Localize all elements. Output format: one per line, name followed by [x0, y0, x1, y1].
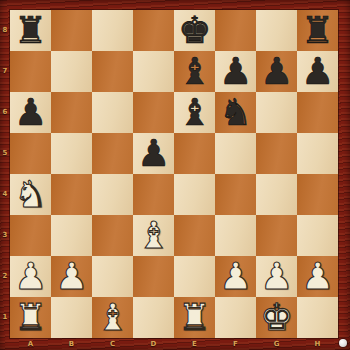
- file-label-a: A: [10, 338, 51, 350]
- file-label-h: H: [297, 338, 338, 350]
- black-pawn[interactable]: ♟: [215, 51, 256, 92]
- rank-label-7: 7: [0, 51, 10, 92]
- file-label-g: G: [256, 338, 297, 350]
- square-h1[interactable]: [297, 297, 338, 338]
- black-pawn[interactable]: ♟: [133, 133, 174, 174]
- square-g1[interactable]: ♚: [256, 297, 297, 338]
- rank-label-5: 5: [0, 133, 10, 174]
- file-label-f: F: [215, 338, 256, 350]
- white-pawn[interactable]: ♟: [256, 256, 297, 297]
- chess-board: ♜♚♜♝♟♟♟♟♝♞♟♞♝♟♟♟♟♟♜♝♜♚: [10, 10, 338, 338]
- square-d6[interactable]: [133, 92, 174, 133]
- square-a1[interactable]: ♜: [10, 297, 51, 338]
- square-h8[interactable]: ♜: [297, 10, 338, 51]
- square-b6[interactable]: [51, 92, 92, 133]
- square-d5[interactable]: ♟: [133, 133, 174, 174]
- square-c6[interactable]: [92, 92, 133, 133]
- black-bishop[interactable]: ♝: [174, 92, 215, 133]
- white-rook[interactable]: ♜: [10, 297, 51, 338]
- square-a3[interactable]: [10, 215, 51, 256]
- rank-label-6: 6: [0, 92, 10, 133]
- white-bishop[interactable]: ♝: [92, 297, 133, 338]
- black-king[interactable]: ♚: [174, 10, 215, 51]
- rank-label-8: 8: [0, 10, 10, 51]
- square-d7[interactable]: [133, 51, 174, 92]
- square-f8[interactable]: [215, 10, 256, 51]
- square-b1[interactable]: [51, 297, 92, 338]
- black-pawn[interactable]: ♟: [297, 51, 338, 92]
- square-g7[interactable]: ♟: [256, 51, 297, 92]
- white-king[interactable]: ♚: [256, 297, 297, 338]
- file-label-e: E: [174, 338, 215, 350]
- square-d3[interactable]: ♝: [133, 215, 174, 256]
- square-c4[interactable]: [92, 174, 133, 215]
- square-e1[interactable]: ♜: [174, 297, 215, 338]
- square-f5[interactable]: [215, 133, 256, 174]
- square-g4[interactable]: [256, 174, 297, 215]
- square-f2[interactable]: ♟: [215, 256, 256, 297]
- square-f6[interactable]: ♞: [215, 92, 256, 133]
- square-e8[interactable]: ♚: [174, 10, 215, 51]
- square-f7[interactable]: ♟: [215, 51, 256, 92]
- square-c3[interactable]: [92, 215, 133, 256]
- square-b5[interactable]: [51, 133, 92, 174]
- square-e7[interactable]: ♝: [174, 51, 215, 92]
- square-h5[interactable]: [297, 133, 338, 174]
- square-b8[interactable]: [51, 10, 92, 51]
- square-c2[interactable]: [92, 256, 133, 297]
- white-pawn[interactable]: ♟: [215, 256, 256, 297]
- square-b3[interactable]: [51, 215, 92, 256]
- square-e6[interactable]: ♝: [174, 92, 215, 133]
- rank-label-1: 1: [0, 297, 10, 338]
- file-label-c: C: [92, 338, 133, 350]
- square-d2[interactable]: [133, 256, 174, 297]
- black-pawn[interactable]: ♟: [10, 92, 51, 133]
- black-bishop[interactable]: ♝: [174, 51, 215, 92]
- rank-label-2: 2: [0, 256, 10, 297]
- square-a5[interactable]: [10, 133, 51, 174]
- black-knight[interactable]: ♞: [215, 92, 256, 133]
- square-d8[interactable]: [133, 10, 174, 51]
- square-f3[interactable]: [215, 215, 256, 256]
- white-pawn[interactable]: ♟: [297, 256, 338, 297]
- square-e5[interactable]: [174, 133, 215, 174]
- rank-label-4: 4: [0, 174, 10, 215]
- file-label-b: B: [51, 338, 92, 350]
- file-label-d: D: [133, 338, 174, 350]
- white-knight[interactable]: ♞: [10, 174, 51, 215]
- white-to-move-indicator: [339, 339, 347, 347]
- square-e2[interactable]: [174, 256, 215, 297]
- square-d4[interactable]: [133, 174, 174, 215]
- rank-label-3: 3: [0, 215, 10, 256]
- square-h4[interactable]: [297, 174, 338, 215]
- square-c7[interactable]: [92, 51, 133, 92]
- square-g2[interactable]: ♟: [256, 256, 297, 297]
- square-g3[interactable]: [256, 215, 297, 256]
- white-pawn[interactable]: ♟: [51, 256, 92, 297]
- black-rook[interactable]: ♜: [10, 10, 51, 51]
- square-a7[interactable]: [10, 51, 51, 92]
- board-frame: ♜♚♜♝♟♟♟♟♝♞♟♞♝♟♟♟♟♟♜♝♜♚ 87654321 ABCDEFGH: [0, 0, 350, 350]
- square-b2[interactable]: ♟: [51, 256, 92, 297]
- square-a2[interactable]: ♟: [10, 256, 51, 297]
- square-h3[interactable]: [297, 215, 338, 256]
- square-c1[interactable]: ♝: [92, 297, 133, 338]
- square-g5[interactable]: [256, 133, 297, 174]
- square-a6[interactable]: ♟: [10, 92, 51, 133]
- square-h2[interactable]: ♟: [297, 256, 338, 297]
- square-h7[interactable]: ♟: [297, 51, 338, 92]
- square-g8[interactable]: [256, 10, 297, 51]
- square-b7[interactable]: [51, 51, 92, 92]
- white-bishop[interactable]: ♝: [133, 215, 174, 256]
- square-d1[interactable]: [133, 297, 174, 338]
- square-g6[interactable]: [256, 92, 297, 133]
- square-f1[interactable]: [215, 297, 256, 338]
- square-e4[interactable]: [174, 174, 215, 215]
- black-pawn[interactable]: ♟: [256, 51, 297, 92]
- square-h6[interactable]: [297, 92, 338, 133]
- square-a4[interactable]: ♞: [10, 174, 51, 215]
- square-a8[interactable]: ♜: [10, 10, 51, 51]
- square-f4[interactable]: [215, 174, 256, 215]
- square-b4[interactable]: [51, 174, 92, 215]
- square-c8[interactable]: [92, 10, 133, 51]
- square-e3[interactable]: [174, 215, 215, 256]
- white-rook[interactable]: ♜: [174, 297, 215, 338]
- white-pawn[interactable]: ♟: [10, 256, 51, 297]
- black-rook[interactable]: ♜: [297, 10, 338, 51]
- square-c5[interactable]: [92, 133, 133, 174]
